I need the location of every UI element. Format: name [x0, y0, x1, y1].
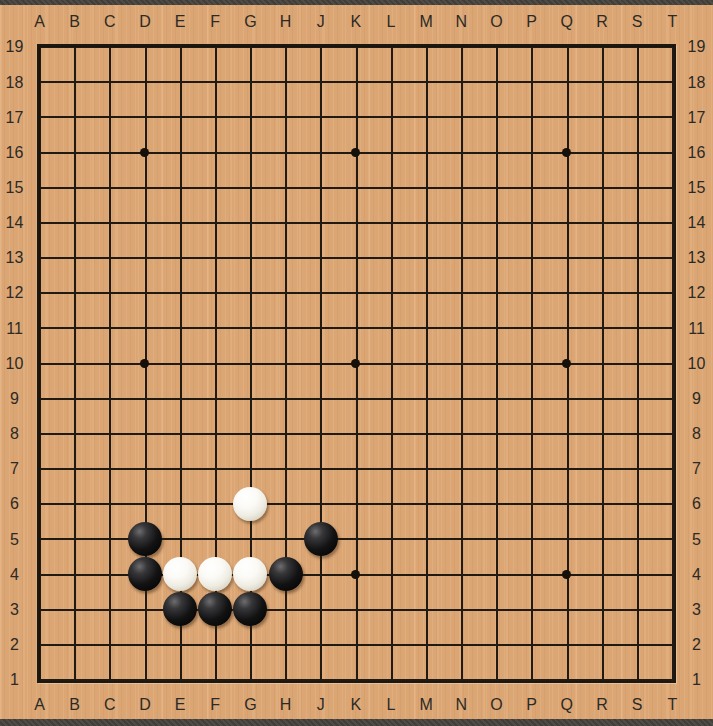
row-label-15: 15 [679, 170, 713, 205]
white-stone-f4 [198, 557, 232, 591]
column-label-a: A [22, 695, 57, 715]
black-stone-f3 [198, 592, 232, 626]
row-label-7: 7 [679, 451, 713, 486]
column-label-l: L [373, 695, 408, 715]
column-label-g: G [233, 695, 268, 715]
black-stone-h4 [269, 557, 303, 591]
row-label-19: 19 [679, 29, 713, 64]
column-label-q: Q [549, 695, 584, 715]
white-stone-e4 [163, 557, 197, 591]
row-label-14: 14 [679, 205, 713, 240]
column-label-p: P [514, 12, 549, 32]
row-label-2: 2 [679, 627, 713, 662]
column-label-t: T [655, 695, 690, 715]
top-window-bar [0, 0, 713, 5]
column-label-e: E [163, 695, 198, 715]
white-stone-g4 [233, 557, 267, 591]
row-label-16: 16 [679, 135, 713, 170]
white-stone-g6 [233, 487, 267, 521]
column-label-b: B [57, 695, 92, 715]
column-label-f: F [198, 12, 233, 32]
column-label-n: N [444, 695, 479, 715]
goban[interactable] [22, 29, 690, 697]
row-label-4: 4 [679, 557, 713, 592]
column-label-c: C [92, 12, 127, 32]
row-label-12: 12 [679, 275, 713, 310]
column-label-k: K [338, 12, 373, 32]
row-label-14: 14 [0, 205, 29, 240]
row-label-8: 8 [679, 416, 713, 451]
black-stone-e3 [163, 592, 197, 626]
row-label-5: 5 [0, 522, 29, 557]
row-label-4: 4 [0, 557, 29, 592]
column-label-m: M [409, 12, 444, 32]
row-label-19: 19 [0, 29, 29, 64]
column-label-s: S [620, 695, 655, 715]
column-label-d: D [127, 695, 162, 715]
star-point-q16 [562, 148, 571, 157]
star-point-k4 [351, 570, 360, 579]
row-label-9: 9 [679, 381, 713, 416]
column-label-h: H [268, 695, 303, 715]
row-label-10: 10 [0, 346, 29, 381]
column-label-q: Q [549, 12, 584, 32]
column-label-e: E [163, 12, 198, 32]
black-stone-j5 [304, 522, 338, 556]
column-label-b: B [57, 12, 92, 32]
row-label-12: 12 [0, 275, 29, 310]
column-label-g: G [233, 12, 268, 32]
column-label-r: R [584, 695, 619, 715]
row-label-10: 10 [679, 346, 713, 381]
star-point-q10 [562, 359, 571, 368]
star-point-k16 [351, 148, 360, 157]
row-label-16: 16 [0, 135, 29, 170]
row-label-7: 7 [0, 451, 29, 486]
go-board-screen: ABCDEFGHJKLMNOPQRST ABCDEFGHJKLMNOPQRST … [0, 0, 713, 726]
row-label-3: 3 [0, 592, 29, 627]
row-label-3: 3 [679, 592, 713, 627]
star-point-d16 [140, 148, 149, 157]
black-stone-d4 [128, 557, 162, 591]
bottom-window-bar [0, 719, 713, 726]
star-point-q4 [562, 570, 571, 579]
row-label-11: 11 [679, 311, 713, 346]
row-label-1: 1 [0, 662, 29, 697]
column-label-d: D [127, 12, 162, 32]
column-label-j: J [303, 12, 338, 32]
column-label-k: K [338, 695, 373, 715]
row-label-1: 1 [679, 662, 713, 697]
row-label-17: 17 [0, 100, 29, 135]
row-labels-left: 19181716151413121110987654321 [0, 29, 29, 697]
row-label-18: 18 [0, 65, 29, 100]
row-label-2: 2 [0, 627, 29, 662]
row-label-5: 5 [679, 522, 713, 557]
star-point-d10 [140, 359, 149, 368]
column-labels-bottom: ABCDEFGHJKLMNOPQRST [22, 695, 690, 715]
row-label-17: 17 [679, 100, 713, 135]
star-point-k10 [351, 359, 360, 368]
column-labels-top: ABCDEFGHJKLMNOPQRST [22, 12, 690, 32]
black-stone-d5 [128, 522, 162, 556]
row-labels-right: 19181716151413121110987654321 [679, 29, 713, 697]
row-label-15: 15 [0, 170, 29, 205]
column-label-c: C [92, 695, 127, 715]
row-label-8: 8 [0, 416, 29, 451]
column-label-l: L [373, 12, 408, 32]
column-label-o: O [479, 12, 514, 32]
black-stone-g3 [233, 592, 267, 626]
row-label-6: 6 [679, 486, 713, 521]
column-label-f: F [198, 695, 233, 715]
row-label-13: 13 [0, 240, 29, 275]
column-label-o: O [479, 695, 514, 715]
row-label-11: 11 [0, 311, 29, 346]
column-label-m: M [409, 695, 444, 715]
row-label-18: 18 [679, 65, 713, 100]
column-label-h: H [268, 12, 303, 32]
row-label-6: 6 [0, 486, 29, 521]
column-label-n: N [444, 12, 479, 32]
column-label-s: S [620, 12, 655, 32]
row-label-9: 9 [0, 381, 29, 416]
column-label-j: J [303, 695, 338, 715]
column-label-p: P [514, 695, 549, 715]
row-label-13: 13 [679, 240, 713, 275]
column-label-r: R [584, 12, 619, 32]
